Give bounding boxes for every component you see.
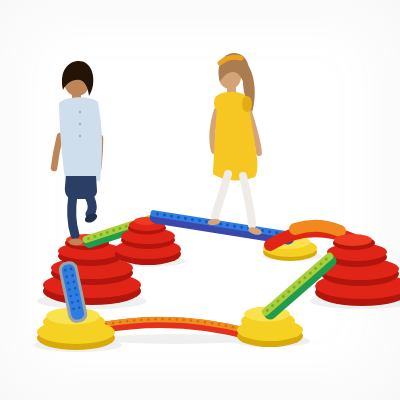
boy [54, 61, 102, 246]
girl-legs [215, 174, 252, 225]
girl-front-leg [243, 176, 252, 225]
boy-left-arm [54, 136, 60, 168]
shadow [98, 334, 254, 344]
girl-sleeve [242, 96, 252, 112]
boy-planted-foot [69, 239, 83, 246]
curve-orange [295, 226, 340, 231]
girl-back-leg [215, 174, 228, 217]
balance-course-scene [0, 0, 400, 400]
boy-lifted-leg [89, 196, 92, 214]
boy-planted-leg [72, 195, 75, 235]
button [79, 135, 81, 137]
girl [207, 53, 263, 236]
dome-top [334, 234, 372, 246]
red-beam-bottom [100, 319, 252, 335]
boy-shirt [59, 97, 102, 184]
product-photo [0, 0, 400, 400]
button [79, 123, 81, 125]
girl-sleeve [214, 95, 224, 111]
button [79, 111, 81, 113]
